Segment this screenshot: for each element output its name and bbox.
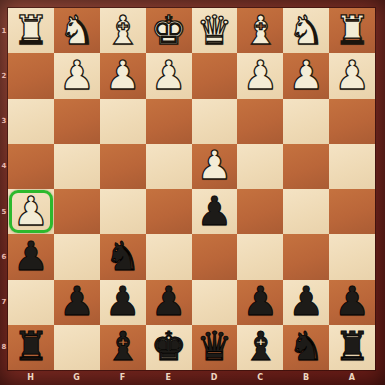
square-h2[interactable] bbox=[8, 53, 54, 98]
square-d1[interactable]: ♛ bbox=[192, 8, 238, 53]
piece-black-bishop: ♝ bbox=[105, 326, 141, 366]
square-b2[interactable]: ♟ bbox=[283, 53, 329, 98]
file-label-a: A bbox=[329, 370, 375, 385]
square-c1[interactable]: ♝ bbox=[237, 8, 283, 53]
square-e5[interactable] bbox=[146, 189, 192, 234]
square-h4[interactable] bbox=[8, 144, 54, 189]
piece-black-pawn: ♟ bbox=[151, 281, 187, 321]
rank-label-7: 7 bbox=[0, 280, 8, 325]
square-a8[interactable]: ♜ bbox=[329, 325, 375, 370]
square-f5[interactable] bbox=[100, 189, 146, 234]
piece-black-knight: ♞ bbox=[288, 326, 324, 366]
square-g2[interactable]: ♟ bbox=[54, 53, 100, 98]
square-g1[interactable]: ♞ bbox=[54, 8, 100, 53]
piece-black-pawn: ♟ bbox=[334, 281, 370, 321]
square-b8[interactable]: ♞ bbox=[283, 325, 329, 370]
rank-label-3: 3 bbox=[0, 99, 8, 144]
piece-white-pawn: ♟ bbox=[59, 55, 95, 95]
piece-black-queen: ♛ bbox=[197, 326, 233, 366]
piece-white-pawn: ♟ bbox=[151, 55, 187, 95]
file-label-g: G bbox=[54, 370, 100, 385]
square-c2[interactable]: ♟ bbox=[237, 53, 283, 98]
file-labels: HGFEDCBA bbox=[8, 370, 375, 385]
square-e6[interactable] bbox=[146, 234, 192, 279]
piece-white-bishop: ♝ bbox=[242, 10, 278, 50]
square-e1[interactable]: ♚ bbox=[146, 8, 192, 53]
square-a6[interactable] bbox=[329, 234, 375, 279]
chess-board: ♜♞♝♚♛♝♞♜♟♟♟♟♟♟♟♟♟♟♞♟♟♟♟♟♟♜♝♚♛♝♞♜ bbox=[8, 8, 375, 370]
square-e8[interactable]: ♚ bbox=[146, 325, 192, 370]
square-h3[interactable] bbox=[8, 99, 54, 144]
square-d8[interactable]: ♛ bbox=[192, 325, 238, 370]
piece-white-knight: ♞ bbox=[59, 10, 95, 50]
piece-black-pawn: ♟ bbox=[242, 281, 278, 321]
file-label-d: D bbox=[192, 370, 238, 385]
rank-label-4: 4 bbox=[0, 144, 8, 189]
piece-white-bishop: ♝ bbox=[105, 10, 141, 50]
square-f3[interactable] bbox=[100, 99, 146, 144]
square-b4[interactable] bbox=[283, 144, 329, 189]
file-label-e: E bbox=[146, 370, 192, 385]
square-c3[interactable] bbox=[237, 99, 283, 144]
square-g3[interactable] bbox=[54, 99, 100, 144]
square-d5[interactable]: ♟ bbox=[192, 189, 238, 234]
piece-black-pawn: ♟ bbox=[288, 281, 324, 321]
square-g4[interactable] bbox=[54, 144, 100, 189]
file-label-h: H bbox=[8, 370, 54, 385]
square-h7[interactable] bbox=[8, 280, 54, 325]
square-e4[interactable] bbox=[146, 144, 192, 189]
square-c6[interactable] bbox=[237, 234, 283, 279]
piece-black-pawn: ♟ bbox=[105, 281, 141, 321]
square-g6[interactable] bbox=[54, 234, 100, 279]
square-h1[interactable]: ♜ bbox=[8, 8, 54, 53]
square-d2[interactable] bbox=[192, 53, 238, 98]
square-c5[interactable] bbox=[237, 189, 283, 234]
rank-label-1: 1 bbox=[0, 8, 8, 53]
square-a2[interactable]: ♟ bbox=[329, 53, 375, 98]
piece-black-bishop: ♝ bbox=[242, 326, 278, 366]
square-h5[interactable]: ♟ bbox=[8, 189, 54, 234]
square-h8[interactable]: ♜ bbox=[8, 325, 54, 370]
square-f1[interactable]: ♝ bbox=[100, 8, 146, 53]
rank-label-6: 6 bbox=[0, 234, 8, 279]
square-f7[interactable]: ♟ bbox=[100, 280, 146, 325]
piece-white-pawn: ♟ bbox=[242, 55, 278, 95]
chess-board-frame: ♜♞♝♚♛♝♞♜♟♟♟♟♟♟♟♟♟♟♞♟♟♟♟♟♟♜♝♚♛♝♞♜ 1234567… bbox=[0, 0, 385, 385]
square-b6[interactable] bbox=[283, 234, 329, 279]
piece-white-pawn: ♟ bbox=[334, 55, 370, 95]
square-d4[interactable]: ♟ bbox=[192, 144, 238, 189]
piece-white-pawn: ♟ bbox=[105, 55, 141, 95]
square-a4[interactable] bbox=[329, 144, 375, 189]
piece-white-rook: ♜ bbox=[334, 10, 370, 50]
square-b3[interactable] bbox=[283, 99, 329, 144]
piece-black-pawn: ♟ bbox=[13, 236, 49, 276]
rank-label-8: 8 bbox=[0, 325, 8, 370]
square-a7[interactable]: ♟ bbox=[329, 280, 375, 325]
square-f4[interactable] bbox=[100, 144, 146, 189]
square-a3[interactable] bbox=[329, 99, 375, 144]
piece-white-pawn: ♟ bbox=[13, 191, 49, 231]
square-g8[interactable] bbox=[54, 325, 100, 370]
square-f8[interactable]: ♝ bbox=[100, 325, 146, 370]
square-e2[interactable]: ♟ bbox=[146, 53, 192, 98]
piece-white-queen: ♛ bbox=[197, 10, 233, 50]
square-c7[interactable]: ♟ bbox=[237, 280, 283, 325]
file-label-b: B bbox=[283, 370, 329, 385]
square-e3[interactable] bbox=[146, 99, 192, 144]
square-c4[interactable] bbox=[237, 144, 283, 189]
file-label-f: F bbox=[100, 370, 146, 385]
square-f2[interactable]: ♟ bbox=[100, 53, 146, 98]
piece-black-rook: ♜ bbox=[13, 326, 49, 366]
piece-black-knight: ♞ bbox=[105, 236, 141, 276]
file-label-c: C bbox=[237, 370, 283, 385]
square-a1[interactable]: ♜ bbox=[329, 8, 375, 53]
piece-white-king: ♚ bbox=[151, 10, 187, 50]
square-g7[interactable]: ♟ bbox=[54, 280, 100, 325]
square-d6[interactable] bbox=[192, 234, 238, 279]
square-c8[interactable]: ♝ bbox=[237, 325, 283, 370]
rank-labels: 12345678 bbox=[0, 8, 8, 370]
piece-white-pawn: ♟ bbox=[288, 55, 324, 95]
rank-label-5: 5 bbox=[0, 189, 8, 234]
square-b7[interactable]: ♟ bbox=[283, 280, 329, 325]
piece-white-rook: ♜ bbox=[13, 10, 49, 50]
square-f6[interactable]: ♞ bbox=[100, 234, 146, 279]
piece-black-rook: ♜ bbox=[334, 326, 370, 366]
rank-label-2: 2 bbox=[0, 53, 8, 98]
square-h6[interactable]: ♟ bbox=[8, 234, 54, 279]
piece-black-pawn: ♟ bbox=[59, 281, 95, 321]
square-g5[interactable] bbox=[54, 189, 100, 234]
square-d3[interactable] bbox=[192, 99, 238, 144]
piece-black-pawn: ♟ bbox=[197, 191, 233, 231]
square-b1[interactable]: ♞ bbox=[283, 8, 329, 53]
square-a5[interactable] bbox=[329, 189, 375, 234]
piece-white-knight: ♞ bbox=[288, 10, 324, 50]
square-d7[interactable] bbox=[192, 280, 238, 325]
square-b5[interactable] bbox=[283, 189, 329, 234]
square-e7[interactable]: ♟ bbox=[146, 280, 192, 325]
piece-white-pawn: ♟ bbox=[197, 145, 233, 185]
piece-black-king: ♚ bbox=[151, 326, 187, 366]
